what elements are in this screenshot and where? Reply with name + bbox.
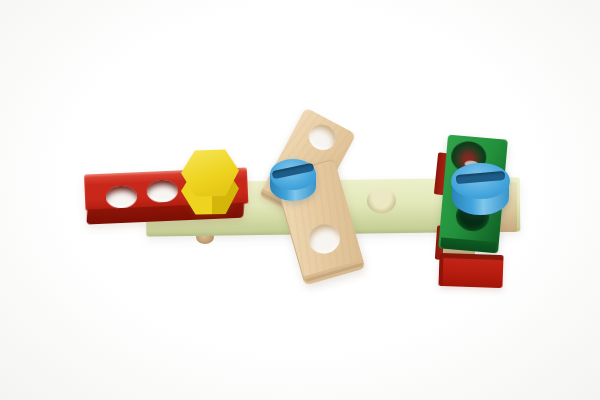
blue-screw-right (450, 163, 512, 215)
red-plank-right-end (438, 253, 503, 288)
bolt-hole (367, 188, 396, 213)
photo-canvas (0, 0, 600, 400)
yellow-hex-nut (181, 149, 239, 219)
blue-screw-center (267, 157, 319, 203)
